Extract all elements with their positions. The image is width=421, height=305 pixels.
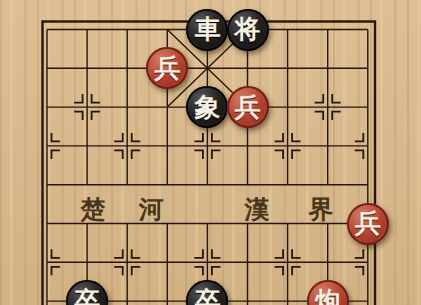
river-text-he: 河 <box>138 195 164 224</box>
grid-lines <box>47 30 368 305</box>
river-text-jie: 界 <box>308 195 334 224</box>
river-text-chu: 楚 <box>80 195 106 224</box>
river-text-han: 漢 <box>244 195 270 224</box>
piece-black-general[interactable]: 将 <box>227 9 269 51</box>
xiangqi-board: 楚 河 漢 界 車将兵象兵兵卒卒炮 <box>0 0 421 305</box>
piece-red-soldier[interactable]: 兵 <box>227 86 269 128</box>
piece-red-soldier[interactable]: 兵 <box>347 203 389 245</box>
piece-black-chariot[interactable]: 車 <box>186 9 228 51</box>
